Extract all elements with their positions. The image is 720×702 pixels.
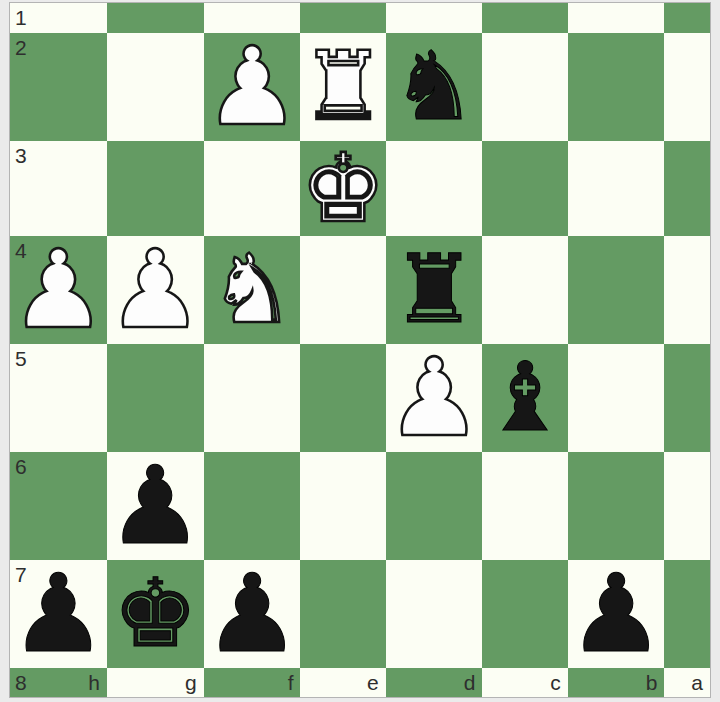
square-a7[interactable]	[664, 560, 710, 668]
square-g3[interactable]	[107, 141, 204, 236]
square-f2[interactable]: ♟	[204, 33, 301, 141]
white-pawn[interactable]: ♟	[386, 344, 483, 452]
file-label-d: d	[464, 672, 476, 693]
square-g7[interactable]: ♚	[107, 560, 204, 668]
square-d2[interactable]: ♞	[386, 33, 483, 141]
square-h5[interactable]: 5	[10, 344, 107, 452]
square-a8[interactable]: a	[664, 668, 710, 698]
square-c2[interactable]	[482, 33, 567, 141]
black-knight[interactable]: ♞	[391, 39, 476, 134]
square-d5[interactable]: ♟	[386, 344, 483, 452]
square-f5[interactable]	[204, 344, 301, 452]
square-a6[interactable]	[664, 452, 710, 560]
white-pawn[interactable]: ♟	[107, 236, 204, 344]
black-king[interactable]: ♚	[113, 566, 198, 661]
square-f7[interactable]: ♟	[204, 560, 301, 668]
square-g6[interactable]: ♟	[107, 452, 204, 560]
square-f3[interactable]	[204, 141, 301, 236]
square-a5[interactable]	[664, 344, 710, 452]
rank-label-6: 6	[15, 456, 27, 477]
white-rook[interactable]: ♜	[300, 39, 385, 134]
square-e3[interactable]: ♚	[300, 141, 385, 236]
square-e5[interactable]	[300, 344, 385, 452]
square-e4[interactable]	[300, 236, 385, 344]
black-bishop[interactable]: ♝	[482, 350, 567, 445]
chess-board: 12♟♜♞3♚4♟♟♞♜5♟♝6♟7♟♚♟♟8hgfedcba	[9, 2, 711, 698]
rank-label-2: 2	[15, 37, 27, 58]
square-h6[interactable]: 6	[10, 452, 107, 560]
square-c3[interactable]	[482, 141, 567, 236]
square-g5[interactable]	[107, 344, 204, 452]
file-label-a: a	[691, 672, 703, 693]
square-f6[interactable]	[204, 452, 301, 560]
square-h3[interactable]: 3	[10, 141, 107, 236]
black-pawn[interactable]: ♟	[568, 560, 665, 668]
square-h7[interactable]: 7♟	[10, 560, 107, 668]
square-h1[interactable]: 1	[10, 3, 107, 33]
square-a3[interactable]	[664, 141, 710, 236]
square-h2[interactable]: 2	[10, 33, 107, 141]
rank-label-1: 1	[15, 7, 27, 28]
square-b3[interactable]	[568, 141, 665, 236]
square-d1[interactable]	[386, 3, 483, 33]
square-b5[interactable]	[568, 344, 665, 452]
white-pawn[interactable]: ♟	[10, 236, 107, 344]
rank-label-3: 3	[15, 145, 27, 166]
square-a4[interactable]	[664, 236, 710, 344]
black-rook[interactable]: ♜	[391, 242, 476, 337]
file-label-c: c	[550, 672, 561, 693]
square-d8[interactable]: d	[386, 668, 483, 698]
square-d3[interactable]	[386, 141, 483, 236]
square-c5[interactable]: ♝	[482, 344, 567, 452]
black-pawn[interactable]: ♟	[204, 560, 301, 668]
square-c4[interactable]	[482, 236, 567, 344]
square-b4[interactable]	[568, 236, 665, 344]
square-b2[interactable]	[568, 33, 665, 141]
square-a1[interactable]	[664, 3, 710, 33]
square-f4[interactable]: ♞	[204, 236, 301, 344]
square-e6[interactable]	[300, 452, 385, 560]
square-c7[interactable]	[482, 560, 567, 668]
white-king[interactable]: ♚	[300, 141, 385, 236]
square-c1[interactable]	[482, 3, 567, 33]
square-c6[interactable]	[482, 452, 567, 560]
square-g8[interactable]: g	[107, 668, 204, 698]
square-a2[interactable]	[664, 33, 710, 141]
black-pawn[interactable]: ♟	[107, 452, 204, 560]
square-d4[interactable]: ♜	[386, 236, 483, 344]
file-label-e: e	[367, 672, 379, 693]
square-b1[interactable]	[568, 3, 665, 33]
square-b6[interactable]	[568, 452, 665, 560]
square-e1[interactable]	[300, 3, 385, 33]
square-e2[interactable]: ♜	[300, 33, 385, 141]
black-pawn[interactable]: ♟	[10, 560, 107, 668]
square-c8[interactable]: c	[482, 668, 567, 698]
square-b7[interactable]: ♟	[568, 560, 665, 668]
square-d6[interactable]	[386, 452, 483, 560]
square-g4[interactable]: ♟	[107, 236, 204, 344]
square-g1[interactable]	[107, 3, 204, 33]
square-h4[interactable]: 4♟	[10, 236, 107, 344]
square-g2[interactable]	[107, 33, 204, 141]
white-pawn[interactable]: ♟	[204, 33, 301, 141]
white-knight[interactable]: ♞	[209, 242, 294, 337]
square-e7[interactable]	[300, 560, 385, 668]
file-label-g: g	[185, 672, 197, 693]
square-d7[interactable]	[386, 560, 483, 668]
square-e8[interactable]: e	[300, 668, 385, 698]
